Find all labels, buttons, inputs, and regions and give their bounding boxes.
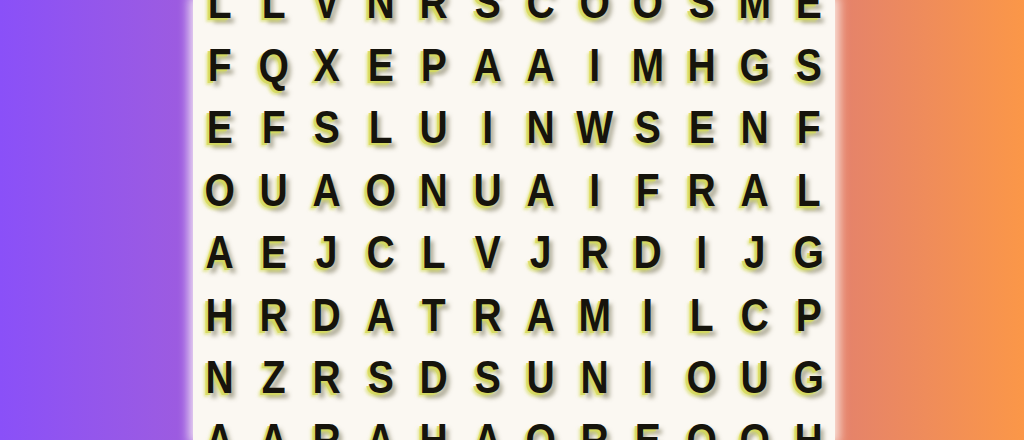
grid-cell[interactable]: N (358, 0, 403, 34)
grid-cell[interactable]: P (411, 34, 456, 97)
grid-cell[interactable]: S (304, 96, 349, 159)
grid-cell[interactable]: O (625, 0, 670, 34)
wordsearch-board: LLVNRSCOOSMEFQXEPAAIMHGSEFSLUINWSENFOUAO… (193, 0, 835, 440)
grid-cell[interactable]: R (411, 0, 456, 34)
grid-cell[interactable]: G (786, 221, 831, 284)
letter-grid: LLVNRSCOOSMEFQXEPAAIMHGSEFSLUINWSENFOUAO… (193, 0, 835, 440)
grid-cell[interactable]: A (197, 409, 242, 440)
grid-cell[interactable]: E (786, 0, 831, 34)
grid-cell[interactable]: O (572, 0, 617, 34)
grid-cell[interactable]: A (197, 221, 242, 284)
grid-cell[interactable]: J (518, 221, 563, 284)
grid-cell[interactable]: W (572, 96, 617, 159)
grid-cell[interactable]: A (518, 284, 563, 347)
grid-cell[interactable]: F (786, 96, 831, 159)
grid-cell[interactable]: N (411, 159, 456, 222)
grid-cell[interactable]: G (732, 34, 777, 97)
grid-cell[interactable]: R (679, 159, 724, 222)
grid-cell[interactable]: M (732, 0, 777, 34)
grid-cell[interactable]: O (732, 409, 777, 440)
grid-cell[interactable]: F (197, 34, 242, 97)
grid-cell[interactable]: O (679, 346, 724, 409)
grid-cell[interactable]: E (625, 409, 670, 440)
grid-cell[interactable]: R (465, 284, 510, 347)
grid-cell[interactable]: M (625, 34, 670, 97)
grid-cell[interactable]: X (304, 34, 349, 97)
grid-cell[interactable]: U (518, 346, 563, 409)
grid-cell[interactable]: S (786, 34, 831, 97)
grid-cell[interactable]: U (732, 346, 777, 409)
grid-cell[interactable]: C (732, 284, 777, 347)
grid-cell[interactable]: I (465, 96, 510, 159)
grid-cell[interactable]: O (518, 409, 563, 440)
grid-cell[interactable]: O (358, 159, 403, 222)
grid-cell[interactable]: L (411, 221, 456, 284)
grid-cell[interactable]: E (358, 34, 403, 97)
grid-cell[interactable]: D (304, 284, 349, 347)
grid-cell[interactable]: Z (251, 346, 296, 409)
grid-cell[interactable]: N (572, 346, 617, 409)
grid-cell[interactable]: J (732, 221, 777, 284)
grid-cell[interactable]: O (679, 409, 724, 440)
grid-cell[interactable]: I (679, 221, 724, 284)
grid-cell[interactable]: S (358, 346, 403, 409)
grid-cell[interactable]: U (251, 159, 296, 222)
grid-cell[interactable]: A (518, 34, 563, 97)
grid-cell[interactable]: D (411, 346, 456, 409)
grid-cell[interactable]: C (518, 0, 563, 34)
grid-cell[interactable]: D (625, 221, 670, 284)
grid-cell[interactable]: V (465, 221, 510, 284)
grid-cell[interactable]: E (197, 96, 242, 159)
grid-cell[interactable]: H (411, 409, 456, 440)
grid-cell[interactable]: S (625, 96, 670, 159)
grid-cell[interactable]: S (465, 346, 510, 409)
grid-cell[interactable]: N (518, 96, 563, 159)
grid-cell[interactable]: N (732, 96, 777, 159)
grid-cell[interactable]: L (679, 284, 724, 347)
grid-cell[interactable]: E (251, 221, 296, 284)
grid-cell[interactable]: R (304, 346, 349, 409)
grid-cell[interactable]: G (786, 346, 831, 409)
grid-cell[interactable]: U (465, 159, 510, 222)
grid-cell[interactable]: R (572, 221, 617, 284)
grid-cell[interactable]: A (358, 284, 403, 347)
grid-cell[interactable]: U (411, 96, 456, 159)
grid-cell[interactable]: I (625, 346, 670, 409)
grid-cell[interactable]: N (197, 346, 242, 409)
puzzle-screenshot: LLVNRSCOOSMEFQXEPAAIMHGSEFSLUINWSENFOUAO… (0, 0, 1024, 440)
grid-cell[interactable]: S (465, 0, 510, 34)
grid-cell[interactable]: S (679, 0, 724, 34)
grid-cell[interactable]: P (786, 284, 831, 347)
grid-cell[interactable]: Q (251, 34, 296, 97)
grid-cell[interactable]: A (304, 159, 349, 222)
grid-cell[interactable]: A (251, 409, 296, 440)
grid-cell[interactable]: A (518, 159, 563, 222)
grid-cell[interactable]: L (251, 0, 296, 34)
grid-cell[interactable]: R (304, 409, 349, 440)
grid-cell[interactable]: I (625, 284, 670, 347)
grid-cell[interactable]: I (572, 159, 617, 222)
grid-cell[interactable]: A (465, 34, 510, 97)
grid-cell[interactable]: H (786, 409, 831, 440)
grid-cell[interactable]: F (251, 96, 296, 159)
grid-cell[interactable]: I (572, 34, 617, 97)
grid-cell[interactable]: A (358, 409, 403, 440)
grid-cell[interactable]: C (358, 221, 403, 284)
grid-cell[interactable]: A (465, 409, 510, 440)
grid-cell[interactable]: L (358, 96, 403, 159)
grid-cell[interactable]: F (625, 159, 670, 222)
grid-cell[interactable]: E (679, 96, 724, 159)
grid-cell[interactable]: O (197, 159, 242, 222)
grid-cell[interactable]: A (732, 159, 777, 222)
grid-cell[interactable]: R (572, 409, 617, 440)
grid-cell[interactable]: J (304, 221, 349, 284)
grid-cell[interactable]: T (411, 284, 456, 347)
grid-cell[interactable]: M (572, 284, 617, 347)
grid-cell[interactable]: V (304, 0, 349, 34)
grid-cell[interactable]: L (197, 0, 242, 34)
grid-cell[interactable]: R (251, 284, 296, 347)
grid-cell[interactable]: L (786, 159, 831, 222)
grid-cell[interactable]: H (679, 34, 724, 97)
grid-cell[interactable]: H (197, 284, 242, 347)
